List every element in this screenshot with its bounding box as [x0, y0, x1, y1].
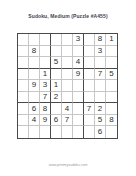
cell-r9c5[interactable]	[62, 126, 73, 138]
cell-r3c4: 5	[51, 57, 62, 69]
cell-r1c2[interactable]	[29, 34, 40, 46]
cell-r8c8: 5	[95, 115, 106, 127]
cell-r7c3: 8	[40, 103, 51, 115]
cell-r6c2[interactable]	[29, 92, 40, 104]
cell-r9c8: 6	[95, 126, 106, 138]
cell-r4c3: 1	[40, 69, 51, 81]
cell-r4c1[interactable]	[18, 69, 29, 81]
cell-r7c2: 6	[29, 103, 40, 115]
cell-r3c3[interactable]	[40, 57, 51, 69]
page-title: Sudoku, Medium (Puzzle #A455)	[0, 13, 136, 19]
cell-r8c4: 6	[51, 115, 62, 127]
cell-r1c4[interactable]	[51, 34, 62, 46]
cell-r3c8[interactable]	[95, 57, 106, 69]
cell-r2c5[interactable]	[62, 46, 73, 58]
cell-r9c2[interactable]	[29, 126, 40, 138]
cell-r5c5[interactable]	[62, 80, 73, 92]
cell-r7c1[interactable]	[18, 103, 29, 115]
cell-r8c1[interactable]	[18, 115, 29, 127]
cell-r3c5[interactable]	[62, 57, 73, 69]
cell-r3c7[interactable]	[84, 57, 95, 69]
cell-r8c7[interactable]	[84, 115, 95, 127]
cell-r1c3[interactable]	[40, 34, 51, 46]
cell-r1c1[interactable]	[18, 34, 29, 46]
cell-r2c1[interactable]	[18, 46, 29, 58]
cell-r8c3: 9	[40, 115, 51, 127]
cell-r9c6[interactable]	[73, 126, 84, 138]
cell-r5c9[interactable]	[106, 80, 117, 92]
cell-r5c3: 3	[40, 80, 51, 92]
cell-r3c6: 4	[73, 57, 84, 69]
cell-r1c6: 3	[73, 34, 84, 46]
cell-r2c4[interactable]	[51, 46, 62, 58]
cell-r9c9[interactable]	[106, 126, 117, 138]
cell-r8c5: 7	[62, 115, 73, 127]
cell-r7c7: 7	[84, 103, 95, 115]
cell-r6c1[interactable]	[18, 92, 29, 104]
cell-r6c5[interactable]	[62, 92, 73, 104]
cell-r6c6[interactable]	[73, 92, 84, 104]
cell-r5c6[interactable]	[73, 80, 84, 92]
cell-r8c9: 8	[106, 115, 117, 127]
cell-r4c5[interactable]	[62, 69, 73, 81]
cell-r1c5[interactable]	[62, 34, 73, 46]
cell-r2c8: 3	[95, 46, 106, 58]
cell-r3c1[interactable]	[18, 57, 29, 69]
cell-r7c4[interactable]	[51, 103, 62, 115]
cell-r6c4: 2	[51, 92, 62, 104]
cell-r5c2: 9	[29, 80, 40, 92]
cell-r8c6[interactable]	[73, 115, 84, 127]
cell-r4c6: 9	[73, 69, 84, 81]
cell-r4c8: 7	[95, 69, 106, 81]
cell-r7c8: 2	[95, 103, 106, 115]
cell-r4c2[interactable]	[29, 69, 40, 81]
sudoku-board: 3818354197593172684724967586	[17, 33, 118, 139]
cell-r5c8[interactable]	[95, 80, 106, 92]
cell-r1c9: 1	[106, 34, 117, 46]
cell-r2c6[interactable]	[73, 46, 84, 58]
cell-r1c8: 8	[95, 34, 106, 46]
cell-r4c9: 5	[106, 69, 117, 81]
cell-r8c2: 4	[29, 115, 40, 127]
cell-r3c2[interactable]	[29, 57, 40, 69]
cell-r9c4[interactable]	[51, 126, 62, 138]
cell-r1c7[interactable]	[84, 34, 95, 46]
cell-r7c6[interactable]	[73, 103, 84, 115]
cell-r5c4: 1	[51, 80, 62, 92]
sudoku-sheet: { "game": "sudoku", "position": ".....3.…	[0, 0, 136, 176]
cell-r6c8[interactable]	[95, 92, 106, 104]
cell-r2c2: 8	[29, 46, 40, 58]
cell-r6c7[interactable]	[84, 92, 95, 104]
cell-r9c3[interactable]	[40, 126, 51, 138]
cell-r7c5: 4	[62, 103, 73, 115]
cell-r4c4[interactable]	[51, 69, 62, 81]
cell-r9c1[interactable]	[18, 126, 29, 138]
cell-r2c7[interactable]	[84, 46, 95, 58]
cell-r2c9[interactable]	[106, 46, 117, 58]
cell-r6c9[interactable]	[106, 92, 117, 104]
cell-r6c3: 7	[40, 92, 51, 104]
cell-r2c3[interactable]	[40, 46, 51, 58]
cell-r5c7[interactable]	[84, 80, 95, 92]
footer-url: www.printmysudoku.com	[0, 163, 136, 167]
cell-r7c9[interactable]	[106, 103, 117, 115]
cell-r4c7[interactable]	[84, 69, 95, 81]
cell-r5c1[interactable]	[18, 80, 29, 92]
cell-r9c7[interactable]	[84, 126, 95, 138]
cell-r3c9[interactable]	[106, 57, 117, 69]
